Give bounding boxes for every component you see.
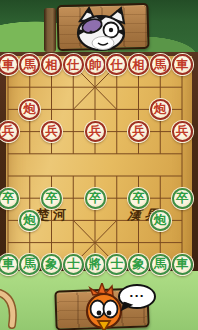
piece-red-elephant[interactable]: 相: [41, 54, 62, 75]
piece-green-elephant[interactable]: 象: [41, 254, 62, 275]
piece-red-soldier[interactable]: 兵: [0, 121, 19, 142]
piece-green-chariot[interactable]: 車: [0, 254, 19, 275]
piece-green-cannon[interactable]: 炮: [150, 210, 171, 231]
game-screen: 楚河 漢界 車馬相仕帥仕相馬車炮炮兵兵兵兵兵卒卒卒卒卒炮炮車馬象士將士象馬車 .…: [0, 0, 198, 330]
piece-green-elephant[interactable]: 象: [128, 254, 149, 275]
piece-red-advisor[interactable]: 仕: [106, 54, 127, 75]
piece-green-general[interactable]: 將: [85, 254, 106, 275]
xiangqi-board[interactable]: 楚河 漢界 車馬相仕帥仕相馬車炮炮兵兵兵兵兵卒卒卒卒卒炮炮車馬象士將士象馬車: [0, 52, 198, 271]
piece-green-advisor[interactable]: 士: [63, 254, 84, 275]
piece-green-soldier[interactable]: 卒: [41, 188, 62, 209]
tree-trunk: [44, 8, 56, 52]
piece-green-cannon[interactable]: 炮: [19, 210, 40, 231]
opponent-banner: [56, 3, 149, 51]
piece-green-soldier[interactable]: 卒: [85, 188, 106, 209]
piece-green-chariot[interactable]: 車: [172, 254, 193, 275]
speech-bubble: ...: [118, 284, 156, 309]
piece-red-advisor[interactable]: 仕: [63, 54, 84, 75]
piece-red-horse[interactable]: 馬: [19, 54, 40, 75]
piece-green-horse[interactable]: 馬: [150, 254, 171, 275]
piece-red-elephant[interactable]: 相: [128, 54, 149, 75]
piece-green-horse[interactable]: 馬: [19, 254, 40, 275]
piece-red-chariot[interactable]: 車: [0, 54, 19, 75]
piece-red-horse[interactable]: 馬: [150, 54, 171, 75]
piece-red-chariot[interactable]: 車: [172, 54, 193, 75]
piece-grid: 車馬相仕帥仕相馬車炮炮兵兵兵兵兵卒卒卒卒卒炮炮車馬象士將士象馬車: [0, 54, 193, 276]
piece-red-soldier[interactable]: 兵: [41, 121, 62, 142]
piece-green-soldier[interactable]: 卒: [128, 188, 149, 209]
piece-red-cannon[interactable]: 炮: [19, 99, 40, 120]
piece-red-general[interactable]: 帥: [85, 54, 106, 75]
piece-red-soldier[interactable]: 兵: [128, 121, 149, 142]
tail-decoration: [0, 289, 30, 329]
piece-red-cannon[interactable]: 炮: [150, 99, 171, 120]
piece-red-soldier[interactable]: 兵: [172, 121, 193, 142]
piece-green-soldier[interactable]: 卒: [172, 188, 193, 209]
piece-green-soldier[interactable]: 卒: [0, 188, 19, 209]
piece-green-advisor[interactable]: 士: [106, 254, 127, 275]
piece-red-soldier[interactable]: 兵: [85, 121, 106, 142]
